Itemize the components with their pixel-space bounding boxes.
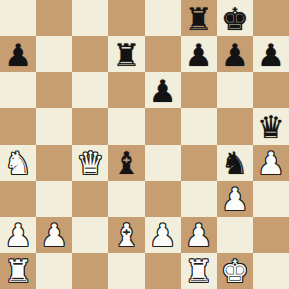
square-a7[interactable]: ♟ bbox=[0, 36, 36, 72]
white-queen-piece[interactable]: ♛ bbox=[76, 148, 104, 179]
black-rook-piece[interactable]: ♜ bbox=[185, 4, 213, 35]
square-h1[interactable] bbox=[253, 253, 289, 289]
square-h8[interactable] bbox=[253, 0, 289, 36]
square-e2[interactable]: ♟ bbox=[145, 217, 181, 253]
black-pawn-piece[interactable]: ♟ bbox=[257, 40, 285, 71]
white-rook-piece[interactable]: ♜ bbox=[185, 256, 213, 287]
square-b3[interactable] bbox=[36, 181, 72, 217]
square-d6[interactable] bbox=[108, 72, 144, 108]
square-g7[interactable]: ♟ bbox=[217, 36, 253, 72]
black-pawn-piece[interactable]: ♟ bbox=[4, 40, 32, 71]
square-g2[interactable] bbox=[217, 217, 253, 253]
square-e7[interactable] bbox=[145, 36, 181, 72]
square-h2[interactable] bbox=[253, 217, 289, 253]
square-c1[interactable] bbox=[72, 253, 108, 289]
black-bishop-piece[interactable]: ♝ bbox=[113, 148, 141, 179]
white-rook-piece[interactable]: ♜ bbox=[4, 256, 32, 287]
square-f6[interactable] bbox=[181, 72, 217, 108]
square-f5[interactable] bbox=[181, 108, 217, 144]
square-h4[interactable]: ♟ bbox=[253, 145, 289, 181]
square-c5[interactable] bbox=[72, 108, 108, 144]
square-f8[interactable]: ♜ bbox=[181, 0, 217, 36]
square-c2[interactable] bbox=[72, 217, 108, 253]
square-b8[interactable] bbox=[36, 0, 72, 36]
square-e6[interactable]: ♟ bbox=[145, 72, 181, 108]
square-d1[interactable] bbox=[108, 253, 144, 289]
white-pawn-piece[interactable]: ♟ bbox=[257, 148, 285, 179]
square-g4[interactable]: ♞ bbox=[217, 145, 253, 181]
square-g8[interactable]: ♚ bbox=[217, 0, 253, 36]
square-c7[interactable] bbox=[72, 36, 108, 72]
square-b7[interactable] bbox=[36, 36, 72, 72]
square-b1[interactable] bbox=[36, 253, 72, 289]
square-g3[interactable]: ♟ bbox=[217, 181, 253, 217]
black-pawn-piece[interactable]: ♟ bbox=[185, 40, 213, 71]
square-f7[interactable]: ♟ bbox=[181, 36, 217, 72]
black-rook-piece[interactable]: ♜ bbox=[113, 40, 141, 71]
square-d4[interactable]: ♝ bbox=[108, 145, 144, 181]
square-e8[interactable] bbox=[145, 0, 181, 36]
square-a2[interactable]: ♟ bbox=[0, 217, 36, 253]
square-c6[interactable] bbox=[72, 72, 108, 108]
white-pawn-piece[interactable]: ♟ bbox=[4, 220, 32, 251]
square-h7[interactable]: ♟ bbox=[253, 36, 289, 72]
square-b2[interactable]: ♟ bbox=[36, 217, 72, 253]
white-pawn-piece[interactable]: ♟ bbox=[185, 220, 213, 251]
square-b4[interactable] bbox=[36, 145, 72, 181]
square-a4[interactable]: ♞ bbox=[0, 145, 36, 181]
white-pawn-piece[interactable]: ♟ bbox=[40, 220, 68, 251]
square-d5[interactable] bbox=[108, 108, 144, 144]
square-g1[interactable]: ♚ bbox=[217, 253, 253, 289]
square-d3[interactable] bbox=[108, 181, 144, 217]
square-g6[interactable] bbox=[217, 72, 253, 108]
square-f1[interactable]: ♜ bbox=[181, 253, 217, 289]
square-a3[interactable] bbox=[0, 181, 36, 217]
square-f3[interactable] bbox=[181, 181, 217, 217]
square-f4[interactable] bbox=[181, 145, 217, 181]
square-c3[interactable] bbox=[72, 181, 108, 217]
square-h3[interactable] bbox=[253, 181, 289, 217]
square-b5[interactable] bbox=[36, 108, 72, 144]
square-d7[interactable]: ♜ bbox=[108, 36, 144, 72]
square-a6[interactable] bbox=[0, 72, 36, 108]
black-queen-piece[interactable]: ♛ bbox=[257, 112, 285, 143]
white-bishop-piece[interactable]: ♝ bbox=[113, 220, 141, 251]
square-g5[interactable] bbox=[217, 108, 253, 144]
square-a8[interactable] bbox=[0, 0, 36, 36]
square-a5[interactable] bbox=[0, 108, 36, 144]
white-pawn-piece[interactable]: ♟ bbox=[149, 220, 177, 251]
square-e5[interactable] bbox=[145, 108, 181, 144]
square-e4[interactable] bbox=[145, 145, 181, 181]
white-pawn-piece[interactable]: ♟ bbox=[221, 184, 249, 215]
square-e1[interactable] bbox=[145, 253, 181, 289]
square-c8[interactable] bbox=[72, 0, 108, 36]
square-b6[interactable] bbox=[36, 72, 72, 108]
black-knight-piece[interactable]: ♞ bbox=[221, 148, 249, 179]
white-knight-piece[interactable]: ♞ bbox=[4, 148, 32, 179]
square-h6[interactable] bbox=[253, 72, 289, 108]
square-f2[interactable]: ♟ bbox=[181, 217, 217, 253]
white-king-piece[interactable]: ♚ bbox=[221, 256, 249, 287]
square-a1[interactable]: ♜ bbox=[0, 253, 36, 289]
square-d2[interactable]: ♝ bbox=[108, 217, 144, 253]
black-pawn-piece[interactable]: ♟ bbox=[221, 40, 249, 71]
square-d8[interactable] bbox=[108, 0, 144, 36]
black-king-piece[interactable]: ♚ bbox=[221, 4, 249, 35]
square-h5[interactable]: ♛ bbox=[253, 108, 289, 144]
square-e3[interactable] bbox=[145, 181, 181, 217]
square-c4[interactable]: ♛ bbox=[72, 145, 108, 181]
chess-board: ♜♚♟♜♟♟♟♟♛♞♛♝♞♟♟♟♟♝♟♟♜♜♚ bbox=[0, 0, 289, 289]
black-pawn-piece[interactable]: ♟ bbox=[149, 76, 177, 107]
